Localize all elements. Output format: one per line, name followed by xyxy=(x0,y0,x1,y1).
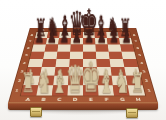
square-f4[interactable] xyxy=(96,59,110,67)
square-h1[interactable]: ♜ xyxy=(128,85,145,95)
square-b5[interactable] xyxy=(43,52,57,60)
brass-clasp-left xyxy=(30,107,42,117)
square-h5[interactable] xyxy=(121,52,136,60)
square-e2[interactable]: ♟ xyxy=(83,76,98,85)
square-h2[interactable]: ♟ xyxy=(126,76,143,85)
square-d1[interactable]: ♛ xyxy=(67,85,83,95)
square-f6[interactable] xyxy=(95,45,108,52)
square-d3[interactable] xyxy=(69,67,83,76)
chess-set-photo: ABCDEFGH 87654321 87654321 ABCDEFGH ♜♞♝♛… xyxy=(0,0,166,120)
square-b1[interactable]: ♞ xyxy=(36,85,53,95)
square-h3[interactable] xyxy=(124,67,140,76)
square-d2[interactable]: ♟ xyxy=(68,76,83,85)
square-c1[interactable]: ♝ xyxy=(52,85,68,95)
square-b2[interactable]: ♟ xyxy=(38,76,54,85)
chess-board: ABCDEFGH 87654321 87654321 ABCDEFGH ♜♞♝♛… xyxy=(8,28,158,103)
square-f2[interactable]: ♟ xyxy=(97,76,112,85)
square-b3[interactable] xyxy=(40,67,55,76)
piece-black-bishop: ♝ xyxy=(58,12,72,40)
square-c2[interactable]: ♟ xyxy=(53,76,68,85)
square-e5[interactable] xyxy=(83,52,96,60)
square-e6[interactable] xyxy=(83,45,96,52)
square-h6[interactable] xyxy=(120,45,134,52)
square-b4[interactable] xyxy=(42,59,57,67)
piece-black-knight: ♞ xyxy=(46,14,59,40)
square-c5[interactable] xyxy=(56,52,70,60)
square-d6[interactable] xyxy=(70,45,83,52)
square-e1[interactable]: ♚ xyxy=(83,85,99,95)
square-a3[interactable] xyxy=(26,67,42,76)
square-d5[interactable] xyxy=(70,52,83,60)
square-g1[interactable]: ♞ xyxy=(113,85,130,95)
brass-clasp-right xyxy=(126,108,138,118)
square-b6[interactable] xyxy=(45,45,59,52)
square-h4[interactable] xyxy=(123,59,138,67)
square-g4[interactable] xyxy=(110,59,125,67)
square-f5[interactable] xyxy=(96,52,110,60)
square-c3[interactable] xyxy=(54,67,69,76)
board-grid: ♜♞♝♛♚♝♞♜♟♟♟♟♟♟♟♟♟♟♟♟♟♟♟♟♜♞♝♛♚♝♞♜ xyxy=(21,32,145,96)
square-e4[interactable] xyxy=(83,59,97,67)
square-c4[interactable] xyxy=(55,59,69,67)
square-f3[interactable] xyxy=(97,67,112,76)
square-c6[interactable] xyxy=(57,45,70,52)
square-f1[interactable]: ♝ xyxy=(98,85,114,95)
piece-white-queen: ♛ xyxy=(66,60,85,98)
square-d4[interactable] xyxy=(69,59,83,67)
square-e3[interactable] xyxy=(83,67,97,76)
square-a1[interactable]: ♜ xyxy=(21,85,38,95)
